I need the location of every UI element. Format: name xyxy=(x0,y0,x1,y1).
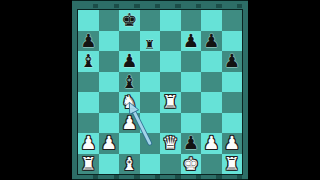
square-c1[interactable]: ♝ xyxy=(119,154,140,175)
square-e6[interactable] xyxy=(160,51,181,72)
square-a7[interactable]: ♟ xyxy=(78,31,99,52)
square-f3[interactable] xyxy=(181,113,202,134)
square-f7[interactable]: ♟ xyxy=(181,31,202,52)
square-a8[interactable] xyxy=(78,10,99,31)
piece-white-bishop-c1[interactable]: ♝ xyxy=(119,154,140,175)
square-a6[interactable]: ♝ xyxy=(78,51,99,72)
square-e7[interactable] xyxy=(160,31,181,52)
square-d1[interactable] xyxy=(140,154,161,175)
square-f6[interactable] xyxy=(181,51,202,72)
piece-white-knight-c4[interactable]: ♞ xyxy=(119,92,140,113)
screenshot-root: { "game": "chess", "view": "video-thumbn… xyxy=(0,0,320,180)
square-e2[interactable]: ♛ xyxy=(160,133,181,154)
square-h4[interactable] xyxy=(222,92,243,113)
square-c2[interactable] xyxy=(119,133,140,154)
square-b5[interactable] xyxy=(99,72,120,93)
square-c7[interactable] xyxy=(119,31,140,52)
piece-black-pawn-h6[interactable]: ♟ xyxy=(222,51,243,72)
square-b3[interactable] xyxy=(99,113,120,134)
square-d3[interactable] xyxy=(140,113,161,134)
piece-black-pawn-f2[interactable]: ♟ xyxy=(181,133,202,154)
piece-white-pawn-a2[interactable]: ♟ xyxy=(78,133,99,154)
square-c6[interactable]: ♟ xyxy=(119,51,140,72)
square-c5[interactable]: ♝ xyxy=(119,72,140,93)
square-b2[interactable]: ♟ xyxy=(99,133,120,154)
piece-white-pawn-h2[interactable]: ♟ xyxy=(222,133,243,154)
square-c3[interactable]: ♟ xyxy=(119,113,140,134)
piece-white-king-f1[interactable]: ♚ xyxy=(181,154,202,175)
square-b7[interactable] xyxy=(99,31,120,52)
square-a5[interactable] xyxy=(78,72,99,93)
piece-white-rook-a1[interactable]: ♜ xyxy=(78,154,99,175)
square-f4[interactable] xyxy=(181,92,202,113)
square-f2[interactable]: ♟ xyxy=(181,133,202,154)
square-a2[interactable]: ♟ xyxy=(78,133,99,154)
bottom-frame-ticks xyxy=(78,175,242,179)
right-black-bar xyxy=(248,0,320,180)
piece-white-rook-e4[interactable]: ♜ xyxy=(160,92,181,113)
square-h8[interactable] xyxy=(222,10,243,31)
square-d4[interactable] xyxy=(140,92,161,113)
piece-white-pawn-b2[interactable]: ♟ xyxy=(99,133,120,154)
piece-black-bishop-a6[interactable]: ♝ xyxy=(78,51,99,72)
piece-black-pawn-a7[interactable]: ♟ xyxy=(78,31,99,52)
square-a4[interactable] xyxy=(78,92,99,113)
square-g3[interactable] xyxy=(201,113,222,134)
chess-board: ♚♟♜♟♟♝♟♟♝♞♜♟♟♟♛♟♟♟♜♝♚♜ xyxy=(78,10,242,174)
square-f8[interactable] xyxy=(181,10,202,31)
square-h5[interactable] xyxy=(222,72,243,93)
piece-white-queen-e2[interactable]: ♛ xyxy=(160,133,181,154)
square-h6[interactable]: ♟ xyxy=(222,51,243,72)
square-b8[interactable] xyxy=(99,10,120,31)
square-b1[interactable] xyxy=(99,154,120,175)
square-b6[interactable] xyxy=(99,51,120,72)
chess-board-frame: ♚♟♜♟♟♝♟♟♝♞♜♟♟♟♛♟♟♟♜♝♚♜ xyxy=(72,0,248,180)
square-c8[interactable]: ♚ xyxy=(119,10,140,31)
square-f1[interactable]: ♚ xyxy=(181,154,202,175)
piece-white-rook-h1[interactable]: ♜ xyxy=(222,154,243,175)
square-c4[interactable]: ♞ xyxy=(119,92,140,113)
square-g4[interactable] xyxy=(201,92,222,113)
piece-black-rook-d7[interactable]: ♜ xyxy=(140,35,161,56)
square-g2[interactable]: ♟ xyxy=(201,133,222,154)
square-e3[interactable] xyxy=(160,113,181,134)
square-e4[interactable]: ♜ xyxy=(160,92,181,113)
square-e1[interactable] xyxy=(160,154,181,175)
square-h3[interactable] xyxy=(222,113,243,134)
left-black-bar xyxy=(0,0,72,180)
square-g7[interactable]: ♟ xyxy=(201,31,222,52)
piece-white-pawn-c3[interactable]: ♟ xyxy=(119,113,140,134)
piece-black-pawn-g7[interactable]: ♟ xyxy=(201,31,222,52)
square-g1[interactable] xyxy=(201,154,222,175)
square-h1[interactable]: ♜ xyxy=(222,154,243,175)
top-frame-ticks xyxy=(78,4,242,8)
square-a1[interactable]: ♜ xyxy=(78,154,99,175)
square-d7[interactable]: ♜ xyxy=(140,31,161,52)
square-g8[interactable] xyxy=(201,10,222,31)
piece-black-bishop-c5[interactable]: ♝ xyxy=(119,72,140,93)
square-b4[interactable] xyxy=(99,92,120,113)
square-h2[interactable]: ♟ xyxy=(222,133,243,154)
piece-black-pawn-c6[interactable]: ♟ xyxy=(119,51,140,72)
piece-white-pawn-g2[interactable]: ♟ xyxy=(201,133,222,154)
piece-black-king-c8[interactable]: ♚ xyxy=(119,10,140,31)
square-d2[interactable] xyxy=(140,133,161,154)
square-g6[interactable] xyxy=(201,51,222,72)
square-a3[interactable] xyxy=(78,113,99,134)
square-e5[interactable] xyxy=(160,72,181,93)
square-d5[interactable] xyxy=(140,72,161,93)
square-e8[interactable] xyxy=(160,10,181,31)
square-h7[interactable] xyxy=(222,31,243,52)
square-g5[interactable] xyxy=(201,72,222,93)
piece-black-pawn-f7[interactable]: ♟ xyxy=(181,31,202,52)
square-f5[interactable] xyxy=(181,72,202,93)
square-d8[interactable] xyxy=(140,10,161,31)
